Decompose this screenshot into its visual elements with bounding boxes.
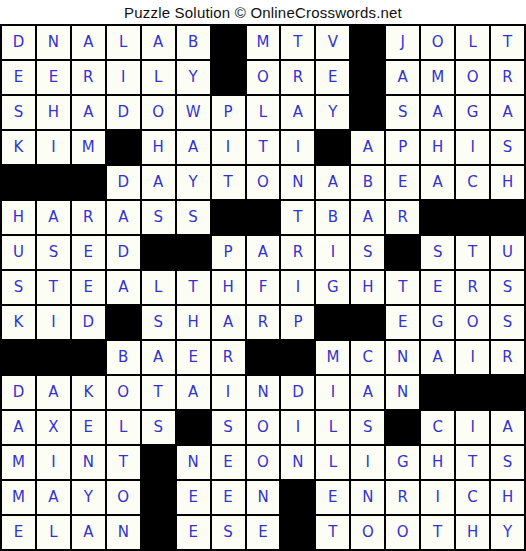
letter-cell: D — [281, 376, 314, 409]
letter-cell: I — [456, 341, 489, 374]
letter-cell: N — [386, 341, 419, 374]
letter-cell: R — [212, 341, 245, 374]
letter-cell: B — [107, 341, 140, 374]
letter-cell: A — [142, 166, 175, 199]
letter-cell: H — [212, 271, 245, 304]
letter-cell: T — [421, 516, 454, 549]
letter-cell: O — [142, 96, 175, 129]
letter-cell: E — [72, 236, 105, 269]
letter-cell: Y — [177, 61, 210, 94]
letter-cell: R — [456, 271, 489, 304]
black-cell — [351, 61, 384, 94]
letter-cell: S — [177, 201, 210, 234]
black-cell — [2, 166, 35, 199]
letter-cell: A — [107, 271, 140, 304]
black-cell — [456, 201, 489, 234]
letter-cell: I — [316, 236, 349, 269]
letter-cell: K — [2, 131, 35, 164]
letter-cell: E — [177, 481, 210, 514]
letter-cell: M — [72, 131, 105, 164]
letter-cell: A — [491, 96, 524, 129]
letter-cell: E — [177, 341, 210, 374]
letter-cell: R — [247, 306, 280, 339]
black-cell — [72, 341, 105, 374]
letter-cell: A — [37, 481, 70, 514]
letter-cell: E — [177, 516, 210, 549]
letter-cell: Y — [491, 516, 524, 549]
letter-cell: A — [2, 411, 35, 444]
letter-cell: I — [316, 376, 349, 409]
page-title: Puzzle Solution © OnlineCrosswords.net — [0, 0, 526, 24]
letter-cell: E — [316, 61, 349, 94]
black-cell — [142, 481, 175, 514]
letter-cell: M — [2, 446, 35, 479]
letter-cell: P — [281, 306, 314, 339]
letter-cell: O — [456, 61, 489, 94]
black-cell — [281, 481, 314, 514]
letter-cell: R — [491, 341, 524, 374]
black-cell — [386, 411, 419, 444]
letter-cell: S — [2, 96, 35, 129]
letter-cell: A — [421, 96, 454, 129]
black-cell — [37, 341, 70, 374]
letter-cell: O — [351, 516, 384, 549]
letter-cell: X — [37, 411, 70, 444]
letter-cell: A — [177, 131, 210, 164]
letter-cell: S — [351, 411, 384, 444]
letter-cell: L — [142, 61, 175, 94]
letter-cell: I — [37, 131, 70, 164]
black-cell — [107, 306, 140, 339]
letter-cell: S — [491, 306, 524, 339]
letter-cell: R — [72, 201, 105, 234]
black-cell — [316, 131, 349, 164]
letter-cell: P — [386, 131, 419, 164]
letter-cell: A — [386, 61, 419, 94]
black-cell — [212, 61, 245, 94]
letter-cell: S — [386, 96, 419, 129]
letter-cell: N — [72, 446, 105, 479]
letter-cell: O — [247, 61, 280, 94]
letter-cell: D — [2, 26, 35, 59]
letter-cell: Y — [177, 166, 210, 199]
letter-cell: N — [247, 481, 280, 514]
letter-cell: U — [491, 236, 524, 269]
letter-cell: W — [177, 96, 210, 129]
letter-cell: H — [491, 481, 524, 514]
letter-cell: I — [456, 131, 489, 164]
letter-cell: A — [247, 236, 280, 269]
letter-cell: H — [456, 516, 489, 549]
letter-cell: A — [107, 201, 140, 234]
letter-cell: L — [247, 96, 280, 129]
letter-cell: A — [351, 131, 384, 164]
letter-cell: D — [107, 96, 140, 129]
letter-cell: A — [351, 201, 384, 234]
black-cell — [212, 201, 245, 234]
letter-cell: M — [421, 61, 454, 94]
letter-cell: I — [212, 376, 245, 409]
letter-cell: C — [456, 166, 489, 199]
letter-cell: I — [37, 446, 70, 479]
letter-cell: R — [281, 236, 314, 269]
black-cell — [247, 341, 280, 374]
letter-cell: U — [2, 236, 35, 269]
letter-cell: N — [107, 516, 140, 549]
letter-cell: G — [386, 446, 419, 479]
letter-cell: T — [386, 271, 419, 304]
letter-cell: T — [281, 201, 314, 234]
black-cell — [491, 376, 524, 409]
letter-cell: E — [212, 446, 245, 479]
black-cell — [107, 131, 140, 164]
letter-cell: G — [421, 306, 454, 339]
letter-cell: H — [421, 446, 454, 479]
letter-cell: A — [491, 411, 524, 444]
letter-cell: R — [281, 61, 314, 94]
black-cell — [421, 201, 454, 234]
letter-cell: A — [37, 201, 70, 234]
letter-cell: E — [72, 271, 105, 304]
letter-cell: M — [316, 341, 349, 374]
letter-cell: N — [177, 446, 210, 479]
black-cell — [177, 411, 210, 444]
letter-cell: R — [386, 481, 419, 514]
letter-cell: G — [456, 96, 489, 129]
letter-cell: H — [177, 306, 210, 339]
black-cell — [351, 26, 384, 59]
letter-cell: A — [281, 96, 314, 129]
letter-cell: I — [212, 131, 245, 164]
letter-cell: D — [107, 166, 140, 199]
letter-cell: R — [386, 201, 419, 234]
letter-cell: R — [72, 61, 105, 94]
letter-cell: I — [351, 446, 384, 479]
letter-cell: D — [107, 236, 140, 269]
letter-cell: T — [491, 26, 524, 59]
letter-cell: N — [351, 481, 384, 514]
black-cell — [491, 201, 524, 234]
letter-cell: C — [456, 481, 489, 514]
letter-cell: S — [142, 201, 175, 234]
letter-cell: F — [247, 271, 280, 304]
letter-cell: P — [212, 236, 245, 269]
letter-cell: T — [316, 516, 349, 549]
black-cell — [142, 446, 175, 479]
letter-cell: T — [107, 446, 140, 479]
black-cell — [351, 96, 384, 129]
letter-cell: S — [421, 236, 454, 269]
letter-cell: A — [37, 376, 70, 409]
letter-cell: E — [212, 481, 245, 514]
letter-cell: I — [37, 306, 70, 339]
letter-cell: V — [316, 26, 349, 59]
letter-cell: O — [456, 306, 489, 339]
letter-cell: N — [247, 376, 280, 409]
letter-cell: I — [107, 61, 140, 94]
letter-cell: K — [72, 376, 105, 409]
black-cell — [2, 341, 35, 374]
letter-cell: L — [142, 271, 175, 304]
letter-cell: L — [456, 26, 489, 59]
letter-cell: T — [37, 271, 70, 304]
letter-cell: T — [456, 236, 489, 269]
letter-cell: S — [212, 411, 245, 444]
black-cell — [72, 166, 105, 199]
letter-cell: B — [316, 201, 349, 234]
letter-cell: T — [456, 446, 489, 479]
letter-cell: A — [421, 166, 454, 199]
black-cell — [142, 516, 175, 549]
letter-cell: A — [316, 166, 349, 199]
letter-cell: O — [386, 516, 419, 549]
letter-cell: S — [2, 271, 35, 304]
letter-cell: A — [351, 376, 384, 409]
letter-cell: E — [37, 61, 70, 94]
puzzle-solution-page: Puzzle Solution © OnlineCrosswords.net D… — [0, 0, 526, 551]
letter-cell: O — [247, 411, 280, 444]
letter-cell: E — [72, 411, 105, 444]
letter-cell: N — [281, 166, 314, 199]
letter-cell: E — [421, 271, 454, 304]
letter-cell: A — [72, 26, 105, 59]
letter-cell: E — [247, 516, 280, 549]
black-cell — [212, 26, 245, 59]
letter-cell: O — [107, 481, 140, 514]
letter-cell: T — [247, 131, 280, 164]
letter-cell: H — [37, 96, 70, 129]
letter-cell: I — [281, 271, 314, 304]
letter-cell: E — [386, 166, 419, 199]
letter-cell: A — [142, 26, 175, 59]
letter-cell: K — [2, 306, 35, 339]
letter-cell: A — [212, 306, 245, 339]
black-cell — [456, 376, 489, 409]
crossword-grid: DNALABMTVJOLTEERILYOREAMORSHADOWPLAYSAGA… — [0, 24, 526, 551]
letter-cell: N — [281, 446, 314, 479]
black-cell — [142, 236, 175, 269]
letter-cell: S — [37, 236, 70, 269]
letter-cell: S — [491, 131, 524, 164]
letter-cell: S — [142, 411, 175, 444]
letter-cell: L — [316, 446, 349, 479]
letter-cell: I — [456, 411, 489, 444]
letter-cell: O — [247, 166, 280, 199]
black-cell — [281, 516, 314, 549]
letter-cell: S — [491, 271, 524, 304]
letter-cell: I — [421, 481, 454, 514]
letter-cell: S — [351, 236, 384, 269]
letter-cell: M — [2, 481, 35, 514]
black-cell — [351, 306, 384, 339]
letter-cell: H — [2, 201, 35, 234]
letter-cell: E — [316, 481, 349, 514]
letter-cell: S — [142, 306, 175, 339]
letter-cell: I — [281, 131, 314, 164]
letter-cell: A — [72, 516, 105, 549]
letter-cell: E — [2, 516, 35, 549]
letter-cell: L — [107, 26, 140, 59]
letter-cell: H — [491, 166, 524, 199]
letter-cell: T — [142, 376, 175, 409]
black-cell — [316, 306, 349, 339]
letter-cell: D — [72, 306, 105, 339]
letter-cell: T — [212, 166, 245, 199]
letter-cell: S — [212, 516, 245, 549]
letter-cell: E — [386, 306, 419, 339]
letter-cell: L — [107, 411, 140, 444]
letter-cell: H — [421, 131, 454, 164]
letter-cell: C — [421, 411, 454, 444]
letter-cell: N — [386, 376, 419, 409]
letter-cell: O — [247, 446, 280, 479]
letter-cell: I — [281, 411, 314, 444]
letter-cell: B — [177, 26, 210, 59]
letter-cell: R — [491, 61, 524, 94]
black-cell — [37, 166, 70, 199]
letter-cell: G — [316, 271, 349, 304]
letter-cell: L — [316, 411, 349, 444]
letter-cell: T — [281, 26, 314, 59]
letter-cell: M — [247, 26, 280, 59]
letter-cell: C — [351, 341, 384, 374]
letter-cell: S — [491, 446, 524, 479]
letter-cell: Y — [316, 96, 349, 129]
letter-cell: H — [142, 131, 175, 164]
letter-cell: J — [386, 26, 419, 59]
black-cell — [247, 201, 280, 234]
letter-cell: T — [177, 271, 210, 304]
black-cell — [421, 376, 454, 409]
letter-cell: B — [351, 166, 384, 199]
letter-cell: A — [142, 341, 175, 374]
black-cell — [386, 236, 419, 269]
letter-cell: H — [351, 271, 384, 304]
letter-cell: P — [212, 96, 245, 129]
letter-cell: E — [2, 61, 35, 94]
letter-cell: A — [421, 341, 454, 374]
letter-cell: N — [37, 26, 70, 59]
letter-cell: Y — [72, 481, 105, 514]
letter-cell: O — [421, 26, 454, 59]
letter-cell: L — [37, 516, 70, 549]
letter-cell: O — [107, 376, 140, 409]
letter-cell: A — [72, 96, 105, 129]
letter-cell: D — [2, 376, 35, 409]
black-cell — [177, 236, 210, 269]
black-cell — [281, 341, 314, 374]
letter-cell: A — [177, 376, 210, 409]
